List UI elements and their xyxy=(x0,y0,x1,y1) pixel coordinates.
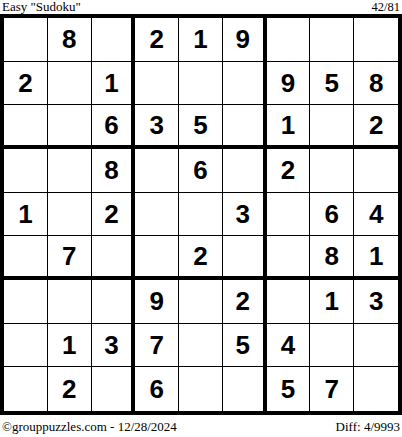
given-cell-r5c9: 4 xyxy=(354,193,398,237)
given-cell-r8c7: 4 xyxy=(267,324,311,368)
given-cell-r6c5: 2 xyxy=(179,236,223,280)
empty-cell-r6c4[interactable] xyxy=(135,236,179,280)
empty-cell-r6c3[interactable] xyxy=(92,236,136,280)
empty-cell-r5c2[interactable] xyxy=(48,193,92,237)
given-cell-r5c6: 3 xyxy=(223,193,267,237)
given-cell-r8c6: 5 xyxy=(223,324,267,368)
sudoku-board: 821921958635128621236472819213137542657 xyxy=(0,14,402,415)
header: Easy "Sudoku" 42/81 xyxy=(0,0,402,14)
empty-cell-r4c4[interactable] xyxy=(135,149,179,193)
empty-cell-r7c1[interactable] xyxy=(4,280,48,324)
given-cell-r7c6: 2 xyxy=(223,280,267,324)
page-title: Easy "Sudoku" xyxy=(2,0,81,14)
empty-cell-r2c2[interactable] xyxy=(48,62,92,106)
given-cell-r9c4: 6 xyxy=(135,367,179,411)
given-cell-r4c7: 2 xyxy=(267,149,311,193)
empty-cell-r8c8[interactable] xyxy=(310,324,354,368)
given-cell-r9c7: 5 xyxy=(267,367,311,411)
given-cell-r3c5: 5 xyxy=(179,105,223,149)
empty-cell-r8c1[interactable] xyxy=(4,324,48,368)
given-cell-r9c2: 2 xyxy=(48,367,92,411)
given-cell-r5c1: 1 xyxy=(4,193,48,237)
footer: ©grouppuzzles.com - 12/28/2024 Diff: 4/9… xyxy=(0,415,402,437)
given-cell-r5c8: 6 xyxy=(310,193,354,237)
difficulty-text: Diff: 4/9993 xyxy=(336,419,400,435)
given-cell-r8c2: 1 xyxy=(48,324,92,368)
empty-cell-r4c8[interactable] xyxy=(310,149,354,193)
given-cell-r3c4: 3 xyxy=(135,105,179,149)
given-cell-r1c2: 8 xyxy=(48,18,92,62)
empty-cell-r1c3[interactable] xyxy=(92,18,136,62)
empty-cell-r3c2[interactable] xyxy=(48,105,92,149)
given-cell-r3c3: 6 xyxy=(92,105,136,149)
sudoku-page: Easy "Sudoku" 42/81 82192195863512862123… xyxy=(0,0,402,437)
copyright-text: ©grouppuzzles.com - 12/28/2024 xyxy=(2,419,177,435)
given-cell-r7c8: 1 xyxy=(310,280,354,324)
empty-cell-r4c1[interactable] xyxy=(4,149,48,193)
empty-cell-r9c9[interactable] xyxy=(354,367,398,411)
given-cell-r6c2: 7 xyxy=(48,236,92,280)
given-cell-r1c6: 9 xyxy=(223,18,267,62)
empty-cell-r3c1[interactable] xyxy=(4,105,48,149)
given-cell-r2c3: 1 xyxy=(92,62,136,106)
empty-cell-r2c4[interactable] xyxy=(135,62,179,106)
given-cell-r1c4: 2 xyxy=(135,18,179,62)
given-cell-r5c3: 2 xyxy=(92,193,136,237)
empty-cell-r7c5[interactable] xyxy=(179,280,223,324)
empty-cell-r6c7[interactable] xyxy=(267,236,311,280)
empty-cell-r7c3[interactable] xyxy=(92,280,136,324)
empty-cell-r1c1[interactable] xyxy=(4,18,48,62)
given-cell-r6c8: 8 xyxy=(310,236,354,280)
given-cell-r7c9: 3 xyxy=(354,280,398,324)
empty-cell-r5c5[interactable] xyxy=(179,193,223,237)
empty-cell-r9c5[interactable] xyxy=(179,367,223,411)
given-cell-r1c5: 1 xyxy=(179,18,223,62)
empty-cell-r7c7[interactable] xyxy=(267,280,311,324)
empty-cell-r4c6[interactable] xyxy=(223,149,267,193)
given-cell-r4c3: 8 xyxy=(92,149,136,193)
given-cell-r8c4: 7 xyxy=(135,324,179,368)
empty-cell-r3c8[interactable] xyxy=(310,105,354,149)
empty-cell-r9c1[interactable] xyxy=(4,367,48,411)
given-cell-r2c7: 9 xyxy=(267,62,311,106)
given-cell-r3c9: 2 xyxy=(354,105,398,149)
given-cell-r2c9: 8 xyxy=(354,62,398,106)
cells-remaining-counter: 42/81 xyxy=(372,0,400,14)
given-cell-r8c3: 3 xyxy=(92,324,136,368)
empty-cell-r1c7[interactable] xyxy=(267,18,311,62)
empty-cell-r1c9[interactable] xyxy=(354,18,398,62)
given-cell-r2c8: 5 xyxy=(310,62,354,106)
empty-cell-r2c5[interactable] xyxy=(179,62,223,106)
empty-cell-r8c9[interactable] xyxy=(354,324,398,368)
empty-cell-r4c9[interactable] xyxy=(354,149,398,193)
empty-cell-r9c3[interactable] xyxy=(92,367,136,411)
given-cell-r9c8: 7 xyxy=(310,367,354,411)
given-cell-r4c5: 6 xyxy=(179,149,223,193)
empty-cell-r7c2[interactable] xyxy=(48,280,92,324)
empty-cell-r5c4[interactable] xyxy=(135,193,179,237)
empty-cell-r9c6[interactable] xyxy=(223,367,267,411)
empty-cell-r3c6[interactable] xyxy=(223,105,267,149)
given-cell-r6c9: 1 xyxy=(354,236,398,280)
given-cell-r3c7: 1 xyxy=(267,105,311,149)
empty-cell-r2c6[interactable] xyxy=(223,62,267,106)
empty-cell-r4c2[interactable] xyxy=(48,149,92,193)
empty-cell-r6c6[interactable] xyxy=(223,236,267,280)
empty-cell-r5c7[interactable] xyxy=(267,193,311,237)
empty-cell-r1c8[interactable] xyxy=(310,18,354,62)
given-cell-r7c4: 9 xyxy=(135,280,179,324)
given-cell-r2c1: 2 xyxy=(4,62,48,106)
empty-cell-r6c1[interactable] xyxy=(4,236,48,280)
empty-cell-r8c5[interactable] xyxy=(179,324,223,368)
